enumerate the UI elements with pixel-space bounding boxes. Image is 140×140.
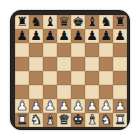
square-d3[interactable] bbox=[57, 85, 71, 99]
white-knight-icon: ♞ bbox=[30, 113, 42, 127]
white-pawn-icon: ♟ bbox=[58, 99, 70, 113]
square-g7[interactable]: ♟ bbox=[99, 29, 113, 43]
square-g4[interactable] bbox=[99, 71, 113, 85]
board-frame: ♜♞♝♛♚♝♞♜♟♟♟♟♟♟♟♟♟♟♟♟♟♟♟♟♜♞♝♛♚♝♞♜ bbox=[10, 10, 130, 130]
chess-board: ♜♞♝♛♚♝♞♜♟♟♟♟♟♟♟♟♟♟♟♟♟♟♟♟♜♞♝♛♚♝♞♜ bbox=[15, 15, 127, 127]
square-d8[interactable]: ♛ bbox=[57, 15, 71, 29]
black-rook-icon: ♜ bbox=[114, 15, 126, 29]
square-f7[interactable]: ♟ bbox=[85, 29, 99, 43]
square-c6[interactable] bbox=[43, 43, 57, 57]
square-h1[interactable]: ♜ bbox=[113, 113, 127, 127]
white-pawn-icon: ♟ bbox=[30, 99, 42, 113]
white-pawn-icon: ♟ bbox=[100, 99, 112, 113]
square-e7[interactable]: ♟ bbox=[71, 29, 85, 43]
square-a8[interactable]: ♜ bbox=[15, 15, 29, 29]
black-knight-icon: ♞ bbox=[100, 15, 112, 29]
square-b7[interactable]: ♟ bbox=[29, 29, 43, 43]
square-b6[interactable] bbox=[29, 43, 43, 57]
square-h8[interactable]: ♜ bbox=[113, 15, 127, 29]
white-king-icon: ♚ bbox=[72, 113, 84, 127]
white-knight-icon: ♞ bbox=[100, 113, 112, 127]
square-h3[interactable] bbox=[113, 85, 127, 99]
square-a4[interactable] bbox=[15, 71, 29, 85]
square-e3[interactable] bbox=[71, 85, 85, 99]
square-a6[interactable] bbox=[15, 43, 29, 57]
square-f4[interactable] bbox=[85, 71, 99, 85]
square-b8[interactable]: ♞ bbox=[29, 15, 43, 29]
black-bishop-icon: ♝ bbox=[86, 15, 98, 29]
square-e8[interactable]: ♚ bbox=[71, 15, 85, 29]
black-pawn-icon: ♟ bbox=[86, 29, 98, 43]
square-c5[interactable] bbox=[43, 57, 57, 71]
square-c2[interactable]: ♟ bbox=[43, 99, 57, 113]
white-pawn-icon: ♟ bbox=[86, 99, 98, 113]
white-rook-icon: ♜ bbox=[16, 113, 28, 127]
square-f3[interactable] bbox=[85, 85, 99, 99]
white-pawn-icon: ♟ bbox=[44, 99, 56, 113]
square-h7[interactable]: ♟ bbox=[113, 29, 127, 43]
square-g8[interactable]: ♞ bbox=[99, 15, 113, 29]
square-d6[interactable] bbox=[57, 43, 71, 57]
square-h2[interactable]: ♟ bbox=[113, 99, 127, 113]
square-h5[interactable] bbox=[113, 57, 127, 71]
square-e5[interactable] bbox=[71, 57, 85, 71]
white-pawn-icon: ♟ bbox=[114, 99, 126, 113]
square-a2[interactable]: ♟ bbox=[15, 99, 29, 113]
black-pawn-icon: ♟ bbox=[44, 29, 56, 43]
square-g2[interactable]: ♟ bbox=[99, 99, 113, 113]
square-c1[interactable]: ♝ bbox=[43, 113, 57, 127]
black-pawn-icon: ♟ bbox=[16, 29, 28, 43]
square-d5[interactable] bbox=[57, 57, 71, 71]
square-c4[interactable] bbox=[43, 71, 57, 85]
white-pawn-icon: ♟ bbox=[16, 99, 28, 113]
black-rook-icon: ♜ bbox=[16, 15, 28, 29]
white-rook-icon: ♜ bbox=[114, 113, 126, 127]
square-d4[interactable] bbox=[57, 71, 71, 85]
square-b5[interactable] bbox=[29, 57, 43, 71]
square-a3[interactable] bbox=[15, 85, 29, 99]
square-a7[interactable]: ♟ bbox=[15, 29, 29, 43]
square-g3[interactable] bbox=[99, 85, 113, 99]
square-h4[interactable] bbox=[113, 71, 127, 85]
square-c3[interactable] bbox=[43, 85, 57, 99]
black-bishop-icon: ♝ bbox=[44, 15, 56, 29]
square-d7[interactable]: ♟ bbox=[57, 29, 71, 43]
white-bishop-icon: ♝ bbox=[44, 113, 56, 127]
square-e2[interactable]: ♟ bbox=[71, 99, 85, 113]
square-b1[interactable]: ♞ bbox=[29, 113, 43, 127]
white-bishop-icon: ♝ bbox=[86, 113, 98, 127]
white-queen-icon: ♛ bbox=[58, 113, 70, 127]
white-pawn-icon: ♟ bbox=[72, 99, 84, 113]
square-f1[interactable]: ♝ bbox=[85, 113, 99, 127]
square-c7[interactable]: ♟ bbox=[43, 29, 57, 43]
black-pawn-icon: ♟ bbox=[58, 29, 70, 43]
square-f6[interactable] bbox=[85, 43, 99, 57]
black-queen-icon: ♛ bbox=[58, 15, 70, 29]
square-d1[interactable]: ♛ bbox=[57, 113, 71, 127]
square-f2[interactable]: ♟ bbox=[85, 99, 99, 113]
square-b4[interactable] bbox=[29, 71, 43, 85]
square-b2[interactable]: ♟ bbox=[29, 99, 43, 113]
black-pawn-icon: ♟ bbox=[100, 29, 112, 43]
black-knight-icon: ♞ bbox=[30, 15, 42, 29]
square-e1[interactable]: ♚ bbox=[71, 113, 85, 127]
square-h6[interactable] bbox=[113, 43, 127, 57]
square-a5[interactable] bbox=[15, 57, 29, 71]
square-a1[interactable]: ♜ bbox=[15, 113, 29, 127]
square-d2[interactable]: ♟ bbox=[57, 99, 71, 113]
square-e6[interactable] bbox=[71, 43, 85, 57]
square-e4[interactable] bbox=[71, 71, 85, 85]
square-f5[interactable] bbox=[85, 57, 99, 71]
square-g1[interactable]: ♞ bbox=[99, 113, 113, 127]
square-g5[interactable] bbox=[99, 57, 113, 71]
square-f8[interactable]: ♝ bbox=[85, 15, 99, 29]
square-g6[interactable] bbox=[99, 43, 113, 57]
square-b3[interactable] bbox=[29, 85, 43, 99]
black-pawn-icon: ♟ bbox=[114, 29, 126, 43]
black-king-icon: ♚ bbox=[72, 15, 84, 29]
black-pawn-icon: ♟ bbox=[30, 29, 42, 43]
square-c8[interactable]: ♝ bbox=[43, 15, 57, 29]
black-pawn-icon: ♟ bbox=[72, 29, 84, 43]
